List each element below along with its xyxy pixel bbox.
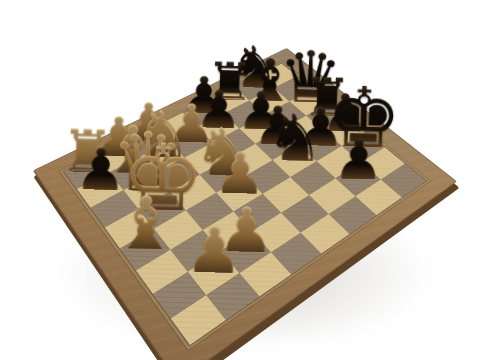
perspective-wrapper: ♛♜♟♚♞♝♟♟♜♟♟♞♟♟♟♞♟♟♞♟♟♝♛♚♟♜♟♝ xyxy=(95,26,395,326)
square-g6 xyxy=(309,178,355,214)
square-e1: ♝ xyxy=(120,229,170,271)
black-pawn: ♟ xyxy=(333,131,385,188)
white-pawn: ♟ xyxy=(185,218,244,284)
product-photo-stage: ♛♜♟♚♞♝♟♟♜♟♟♞♟♟♟♞♟♟♞♟♟♝♛♚♟♜♟♝ xyxy=(0,0,480,360)
board-border-frame: ♛♜♟♚♞♝♟♟♜♟♟♞♟♟♟♞♟♟♞♟♟♝♛♚♟♜♟♝ xyxy=(33,48,457,360)
square-g7: ♟ xyxy=(335,162,380,196)
chess-board: ♛♜♟♚♞♝♟♟♜♟♟♞♟♟♟♞♟♟♞♟♟♝♛♚♟♜♟♝ xyxy=(33,48,457,360)
square-h7 xyxy=(355,180,401,216)
